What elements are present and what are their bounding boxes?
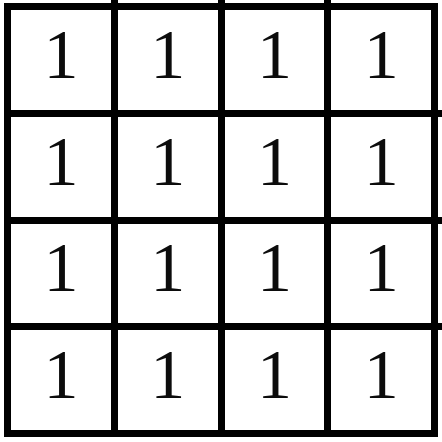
grid-line-overhang-tick bbox=[438, 217, 442, 224]
grid-cell-r4c3: 1 bbox=[225, 330, 325, 430]
grid-line-overhang-tick bbox=[324, 0, 331, 3]
cell-digit: 1 bbox=[257, 127, 292, 197]
cell-digit: 1 bbox=[43, 340, 78, 410]
cell-digit: 1 bbox=[150, 20, 185, 90]
grid-cell-r3c3: 1 bbox=[225, 224, 325, 324]
grid-cell-r3c1: 1 bbox=[11, 224, 111, 324]
cell-digit: 1 bbox=[43, 233, 78, 303]
page: 1111111111111111 bbox=[0, 0, 442, 442]
cell-digit: 1 bbox=[364, 20, 399, 90]
grid-cell-r2c4: 1 bbox=[331, 117, 431, 217]
cell-digit: 1 bbox=[43, 127, 78, 197]
grid-cell-r1c3: 1 bbox=[225, 10, 325, 110]
grid-cell-r1c1: 1 bbox=[11, 10, 111, 110]
grid-cell-r4c4: 1 bbox=[331, 330, 431, 430]
cell-digit: 1 bbox=[364, 340, 399, 410]
cell-digit: 1 bbox=[257, 20, 292, 90]
board: 1111111111111111 bbox=[4, 3, 438, 437]
cell-digit: 1 bbox=[364, 233, 399, 303]
grid-cell-r4c1: 1 bbox=[11, 330, 111, 430]
grid-line-overhang-tick bbox=[438, 110, 442, 117]
grid-cell-r3c4: 1 bbox=[331, 224, 431, 324]
grid-line-overhang-tick bbox=[438, 323, 442, 330]
grid-cell-r1c4: 1 bbox=[331, 10, 431, 110]
grid-line-overhang-tick bbox=[111, 0, 118, 3]
grid-cell-r4c2: 1 bbox=[118, 330, 218, 430]
grid-cell-r3c2: 1 bbox=[118, 224, 218, 324]
cell-digit: 1 bbox=[150, 340, 185, 410]
grid-line-overhang-tick bbox=[218, 0, 225, 3]
cell-digit: 1 bbox=[43, 20, 78, 90]
grid-cell-r1c2: 1 bbox=[118, 10, 218, 110]
grid-cell-r2c2: 1 bbox=[118, 117, 218, 217]
cell-digit: 1 bbox=[150, 127, 185, 197]
grid-cell-r2c3: 1 bbox=[225, 117, 325, 217]
cell-digit: 1 bbox=[150, 233, 185, 303]
cell-digit: 1 bbox=[257, 340, 292, 410]
cell-digit: 1 bbox=[257, 233, 292, 303]
cell-digit: 1 bbox=[364, 127, 399, 197]
grid-cell-r2c1: 1 bbox=[11, 117, 111, 217]
